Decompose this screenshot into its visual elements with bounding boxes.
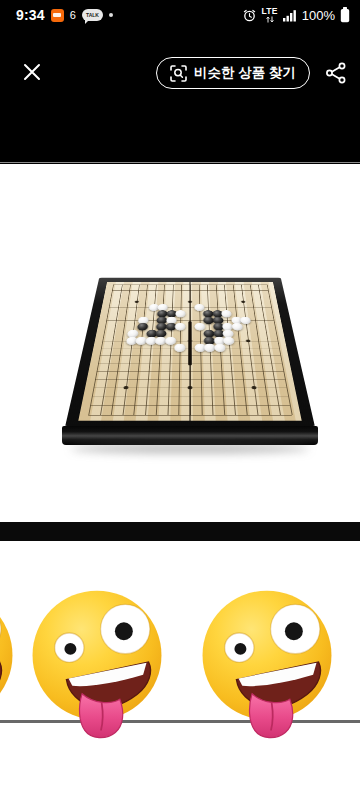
white-stone [221, 310, 232, 317]
white-stone [194, 304, 204, 311]
status-bar-left: 9:34 6 TALK [16, 7, 113, 23]
status-bar-right: LTE 100% [243, 7, 350, 24]
more-notifications-dot-icon [109, 13, 113, 17]
kakaotalk-icon: TALK [82, 9, 103, 21]
white-stone [231, 323, 242, 331]
signal-bars-icon [283, 9, 297, 22]
board-shadow [71, 444, 309, 453]
alarm-icon [243, 9, 256, 22]
white-stone [194, 323, 205, 331]
white-stone [240, 316, 251, 323]
status-bar: 9:34 6 TALK LTE [0, 0, 360, 28]
white-stone [214, 344, 226, 352]
zany-face-emoji [0, 590, 16, 742]
star-point [135, 301, 139, 303]
clock: 9:34 [16, 7, 45, 23]
header: 비슷한 상품 찾기 [0, 28, 360, 163]
white-stone [223, 336, 235, 344]
board-hinge [188, 321, 192, 365]
image-divider [0, 522, 360, 541]
screen: 9:34 6 TALK LTE [0, 0, 360, 800]
find-similar-label: 비슷한 상품 찾기 [194, 64, 296, 82]
board-frame [65, 278, 315, 427]
share-icon [324, 61, 348, 85]
white-stone [165, 336, 176, 344]
board-surface [78, 282, 301, 421]
close-button[interactable] [18, 58, 46, 86]
orange-app-badge-icon [51, 9, 64, 22]
white-stone [175, 323, 186, 331]
zany-face-emoji [29, 590, 165, 742]
share-button[interactable] [321, 59, 351, 87]
white-stone [176, 310, 186, 317]
image-search-icon [170, 65, 187, 82]
go-board [65, 164, 315, 427]
white-stone [174, 344, 185, 352]
board-front-edge [62, 426, 318, 445]
notification-count: 6 [70, 9, 76, 21]
find-similar-products-button[interactable]: 비슷한 상품 찾기 [156, 57, 310, 89]
battery-icon [340, 7, 350, 23]
star-point [252, 386, 257, 389]
star-point [123, 386, 128, 389]
lte-updown-arrows-icon [265, 16, 275, 23]
product-image[interactable] [0, 164, 360, 522]
lte-icon: LTE [261, 7, 277, 24]
product-detail-image [0, 541, 360, 800]
zany-face-emoji [199, 590, 335, 742]
black-stone [137, 323, 148, 331]
battery-percent: 100% [302, 8, 335, 23]
star-point [241, 301, 245, 303]
star-point [246, 339, 251, 342]
close-icon [23, 63, 41, 81]
